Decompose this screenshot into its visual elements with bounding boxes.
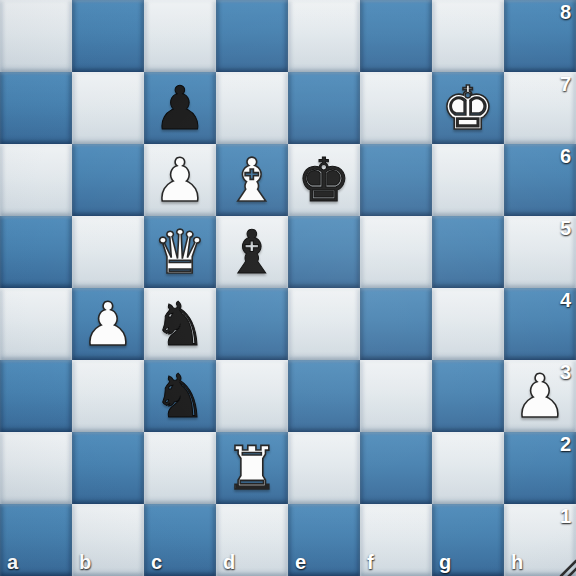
white-rook[interactable]: ♜ [216, 432, 288, 504]
square-c2[interactable] [144, 432, 216, 504]
square-c1[interactable]: c [144, 504, 216, 576]
file-label-a: a [7, 551, 18, 574]
white-bishop[interactable]: ♝ [216, 144, 288, 216]
square-g6[interactable] [432, 144, 504, 216]
square-b7[interactable] [72, 72, 144, 144]
white-queen[interactable]: ♛ [144, 216, 216, 288]
square-d2[interactable]: ♜ [216, 432, 288, 504]
square-e1[interactable]: e [288, 504, 360, 576]
file-label-d: d [223, 551, 235, 574]
square-b5[interactable] [72, 216, 144, 288]
square-g5[interactable] [432, 216, 504, 288]
square-c7[interactable]: ♟ [144, 72, 216, 144]
square-d7[interactable] [216, 72, 288, 144]
square-g4[interactable] [432, 288, 504, 360]
square-a2[interactable] [0, 432, 72, 504]
square-b6[interactable] [72, 144, 144, 216]
file-label-e: e [295, 551, 306, 574]
resize-handle-icon[interactable] [554, 554, 576, 576]
square-h6[interactable]: 6 [504, 144, 576, 216]
square-a4[interactable] [0, 288, 72, 360]
square-d1[interactable]: d [216, 504, 288, 576]
rank-label-3: 3 [560, 361, 571, 384]
white-king[interactable]: ♚ [432, 72, 504, 144]
square-f5[interactable] [360, 216, 432, 288]
black-bishop[interactable]: ♝ [216, 216, 288, 288]
rank-label-8: 8 [560, 1, 571, 24]
square-g8[interactable] [432, 0, 504, 72]
black-knight[interactable]: ♞ [144, 288, 216, 360]
square-e4[interactable] [288, 288, 360, 360]
square-d5[interactable]: ♝ [216, 216, 288, 288]
white-pawn[interactable]: ♟ [144, 144, 216, 216]
rank-label-6: 6 [560, 145, 571, 168]
square-a8[interactable] [0, 0, 72, 72]
square-c8[interactable] [144, 0, 216, 72]
square-b3[interactable] [72, 360, 144, 432]
square-a7[interactable] [0, 72, 72, 144]
square-b4[interactable]: ♟ [72, 288, 144, 360]
file-label-b: b [79, 551, 91, 574]
square-h4[interactable]: 4 [504, 288, 576, 360]
rank-label-5: 5 [560, 217, 571, 240]
square-c6[interactable]: ♟ [144, 144, 216, 216]
square-e3[interactable] [288, 360, 360, 432]
square-h5[interactable]: 5 [504, 216, 576, 288]
rank-label-2: 2 [560, 433, 571, 456]
square-h8[interactable]: 8 [504, 0, 576, 72]
square-e5[interactable] [288, 216, 360, 288]
square-e6[interactable]: ♚ [288, 144, 360, 216]
black-king[interactable]: ♚ [288, 144, 360, 216]
square-f2[interactable] [360, 432, 432, 504]
square-e7[interactable] [288, 72, 360, 144]
black-pawn[interactable]: ♟ [144, 72, 216, 144]
square-g2[interactable] [432, 432, 504, 504]
file-label-g: g [439, 551, 451, 574]
square-e8[interactable] [288, 0, 360, 72]
square-f4[interactable] [360, 288, 432, 360]
square-d6[interactable]: ♝ [216, 144, 288, 216]
square-a6[interactable] [0, 144, 72, 216]
rank-label-4: 4 [560, 289, 571, 312]
square-g3[interactable] [432, 360, 504, 432]
square-f6[interactable] [360, 144, 432, 216]
square-f3[interactable] [360, 360, 432, 432]
square-h3[interactable]: 3♟ [504, 360, 576, 432]
square-b2[interactable] [72, 432, 144, 504]
white-pawn[interactable]: ♟ [72, 288, 144, 360]
square-f7[interactable] [360, 72, 432, 144]
file-label-f: f [367, 551, 374, 574]
chess-board: 8♟♚7♟♝♚6♛♝5♟♞4♞3♟♜2abcdefgh1 [0, 0, 576, 576]
square-d8[interactable] [216, 0, 288, 72]
square-d3[interactable] [216, 360, 288, 432]
square-c5[interactable]: ♛ [144, 216, 216, 288]
square-e2[interactable] [288, 432, 360, 504]
square-c3[interactable]: ♞ [144, 360, 216, 432]
square-g7[interactable]: ♚ [432, 72, 504, 144]
square-a3[interactable] [0, 360, 72, 432]
square-d4[interactable] [216, 288, 288, 360]
rank-label-1: 1 [560, 505, 571, 528]
square-f8[interactable] [360, 0, 432, 72]
square-b1[interactable]: b [72, 504, 144, 576]
rank-label-7: 7 [560, 73, 571, 96]
square-a5[interactable] [0, 216, 72, 288]
black-knight[interactable]: ♞ [144, 360, 216, 432]
file-label-c: c [151, 551, 162, 574]
square-c4[interactable]: ♞ [144, 288, 216, 360]
square-h2[interactable]: 2 [504, 432, 576, 504]
file-label-h: h [511, 551, 523, 574]
square-b8[interactable] [72, 0, 144, 72]
square-g1[interactable]: g [432, 504, 504, 576]
square-h7[interactable]: 7 [504, 72, 576, 144]
square-a1[interactable]: a [0, 504, 72, 576]
square-f1[interactable]: f [360, 504, 432, 576]
